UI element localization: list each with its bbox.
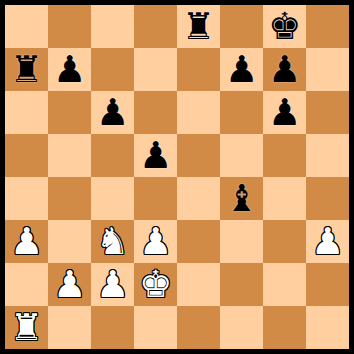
square-f8[interactable]	[220, 5, 263, 48]
square-b2[interactable]: ♟	[48, 263, 91, 306]
black-bishop[interactable]: ♝	[225, 180, 258, 217]
square-b3[interactable]	[48, 220, 91, 263]
square-a2[interactable]	[5, 263, 48, 306]
square-h7[interactable]	[306, 48, 349, 91]
square-g3[interactable]	[263, 220, 306, 263]
square-d1[interactable]	[134, 306, 177, 349]
black-king[interactable]: ♚	[268, 8, 301, 45]
chess-board: ♜♚♜♟♟♟♟♟♟♝♟♞♟♟♟♟♚♜	[5, 5, 349, 349]
square-g6[interactable]: ♟	[263, 91, 306, 134]
black-pawn[interactable]: ♟	[139, 137, 172, 174]
square-c5[interactable]	[91, 134, 134, 177]
square-h3[interactable]: ♟	[306, 220, 349, 263]
square-d7[interactable]	[134, 48, 177, 91]
white-pawn[interactable]: ♟	[311, 223, 344, 260]
square-a8[interactable]	[5, 5, 48, 48]
white-pawn[interactable]: ♟	[96, 266, 129, 303]
square-g7[interactable]: ♟	[263, 48, 306, 91]
white-pawn[interactable]: ♟	[139, 223, 172, 260]
square-h6[interactable]	[306, 91, 349, 134]
square-f6[interactable]	[220, 91, 263, 134]
square-h5[interactable]	[306, 134, 349, 177]
square-e1[interactable]	[177, 306, 220, 349]
square-g2[interactable]	[263, 263, 306, 306]
square-g1[interactable]	[263, 306, 306, 349]
square-f2[interactable]	[220, 263, 263, 306]
square-c1[interactable]	[91, 306, 134, 349]
square-b6[interactable]	[48, 91, 91, 134]
square-a6[interactable]	[5, 91, 48, 134]
black-pawn[interactable]: ♟	[268, 51, 301, 88]
square-h4[interactable]	[306, 177, 349, 220]
black-rook[interactable]: ♜	[10, 51, 43, 88]
black-pawn[interactable]: ♟	[53, 51, 86, 88]
black-rook[interactable]: ♜	[182, 8, 215, 45]
square-b5[interactable]	[48, 134, 91, 177]
square-f7[interactable]: ♟	[220, 48, 263, 91]
square-h2[interactable]	[306, 263, 349, 306]
square-f3[interactable]	[220, 220, 263, 263]
square-d4[interactable]	[134, 177, 177, 220]
square-f5[interactable]	[220, 134, 263, 177]
white-pawn[interactable]: ♟	[53, 266, 86, 303]
square-b8[interactable]	[48, 5, 91, 48]
square-h1[interactable]	[306, 306, 349, 349]
square-b7[interactable]: ♟	[48, 48, 91, 91]
square-c3[interactable]: ♞	[91, 220, 134, 263]
square-e4[interactable]	[177, 177, 220, 220]
square-g8[interactable]: ♚	[263, 5, 306, 48]
square-c6[interactable]: ♟	[91, 91, 134, 134]
square-d3[interactable]: ♟	[134, 220, 177, 263]
square-h8[interactable]	[306, 5, 349, 48]
white-knight[interactable]: ♞	[96, 223, 129, 260]
square-b1[interactable]	[48, 306, 91, 349]
square-e8[interactable]: ♜	[177, 5, 220, 48]
square-c8[interactable]	[91, 5, 134, 48]
white-rook[interactable]: ♜	[10, 309, 43, 346]
square-e3[interactable]	[177, 220, 220, 263]
square-b4[interactable]	[48, 177, 91, 220]
square-g5[interactable]	[263, 134, 306, 177]
square-e6[interactable]	[177, 91, 220, 134]
square-a3[interactable]: ♟	[5, 220, 48, 263]
square-d5[interactable]: ♟	[134, 134, 177, 177]
square-a4[interactable]	[5, 177, 48, 220]
black-pawn[interactable]: ♟	[268, 94, 301, 131]
square-c2[interactable]: ♟	[91, 263, 134, 306]
white-king[interactable]: ♚	[139, 266, 172, 303]
square-a7[interactable]: ♜	[5, 48, 48, 91]
black-pawn[interactable]: ♟	[96, 94, 129, 131]
square-f4[interactable]: ♝	[220, 177, 263, 220]
square-c4[interactable]	[91, 177, 134, 220]
square-e7[interactable]	[177, 48, 220, 91]
square-c7[interactable]	[91, 48, 134, 91]
black-pawn[interactable]: ♟	[225, 51, 258, 88]
square-d6[interactable]	[134, 91, 177, 134]
square-e5[interactable]	[177, 134, 220, 177]
square-d8[interactable]	[134, 5, 177, 48]
square-a5[interactable]	[5, 134, 48, 177]
square-f1[interactable]	[220, 306, 263, 349]
square-a1[interactable]: ♜	[5, 306, 48, 349]
square-e2[interactable]	[177, 263, 220, 306]
square-d2[interactable]: ♚	[134, 263, 177, 306]
square-g4[interactable]	[263, 177, 306, 220]
chess-board-frame: ♜♚♜♟♟♟♟♟♟♝♟♞♟♟♟♟♚♜	[0, 0, 354, 354]
white-pawn[interactable]: ♟	[10, 223, 43, 260]
